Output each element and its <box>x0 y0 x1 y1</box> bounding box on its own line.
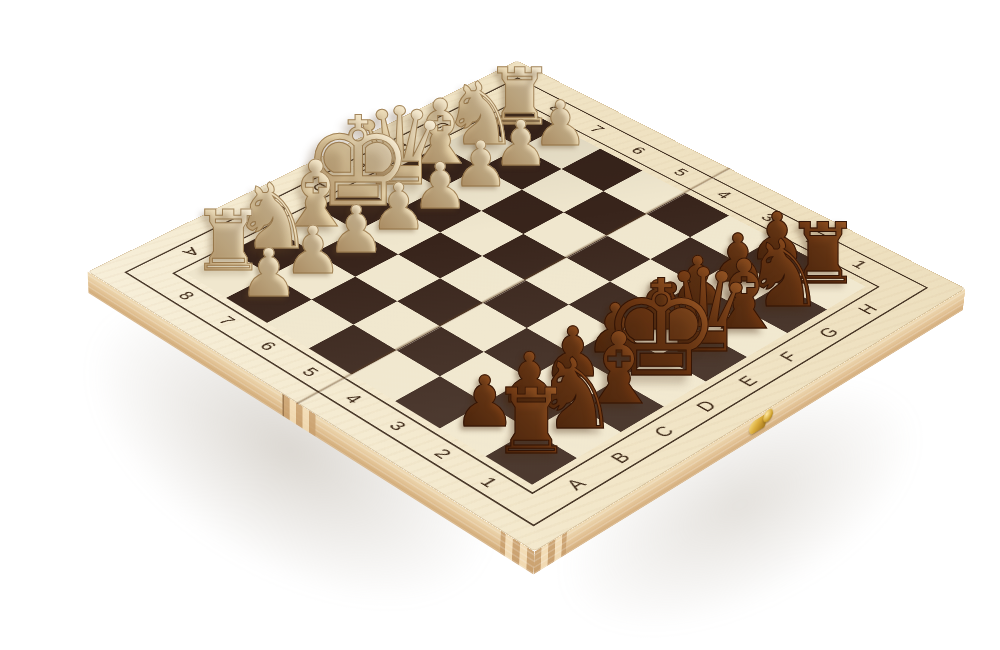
rank-label-right-0: 8 <box>544 102 567 114</box>
file-label-bottom-7: H <box>853 301 882 317</box>
file-label-bottom-4: E <box>733 373 762 389</box>
file-label-top-4: E <box>349 160 374 174</box>
rank-label-right-2: 6 <box>626 144 649 156</box>
chess-board: ABCDEFGH ABCDEFGH 87654321 87654321 <box>88 61 966 552</box>
rank-label-left-7: 1 <box>475 474 502 490</box>
rank-label-right-3: 5 <box>669 166 693 179</box>
file-label-top-6: G <box>429 119 456 133</box>
file-label-bottom-6: G <box>813 324 843 341</box>
chess-set-photo: ABCDEFGH ABCDEFGH 87654321 87654321 ♜♞♝♚… <box>0 0 1000 650</box>
file-label-top-7: H <box>469 100 495 113</box>
rank-label-left-0: 8 <box>173 289 199 303</box>
rank-label-left-5: 3 <box>384 418 411 434</box>
rank-label-left-2: 6 <box>255 339 281 354</box>
rank-label-left-6: 2 <box>429 446 456 462</box>
brass-clasp-knob <box>763 407 774 425</box>
file-label-bottom-3: D <box>691 397 721 414</box>
scene: ABCDEFGH ABCDEFGH 87654321 87654321 <box>0 0 1000 650</box>
rank-label-left-1: 7 <box>213 314 239 328</box>
rank-label-left-4: 4 <box>340 391 367 406</box>
rank-label-right-7: 1 <box>847 258 871 272</box>
file-label-top-2: C <box>265 201 292 216</box>
rank-label-right-5: 3 <box>756 211 780 224</box>
file-label-bottom-0: A <box>561 475 591 493</box>
file-label-bottom-2: C <box>649 423 679 441</box>
rank-label-right-4: 4 <box>712 188 736 201</box>
rank-label-left-3: 5 <box>297 365 324 380</box>
rank-label-right-1: 7 <box>585 123 608 135</box>
file-label-top-1: B <box>222 223 248 237</box>
file-label-top-0: A <box>178 244 204 259</box>
file-label-top-5: F <box>390 140 414 153</box>
file-label-top-3: D <box>307 180 333 194</box>
rank-label-right-6: 2 <box>801 234 825 247</box>
brass-clasp <box>748 407 773 440</box>
file-label-bottom-1: B <box>605 449 634 466</box>
file-label-bottom-5: F <box>775 349 803 365</box>
